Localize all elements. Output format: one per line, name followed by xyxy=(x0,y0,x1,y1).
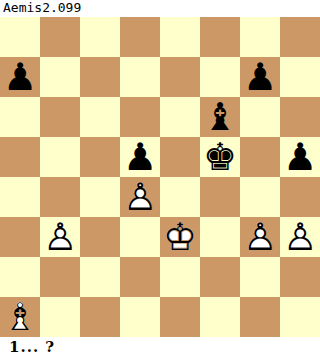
square-b8[interactable] xyxy=(40,17,80,57)
square-b4[interactable] xyxy=(40,177,80,217)
square-a4[interactable] xyxy=(0,177,40,217)
square-g1[interactable] xyxy=(240,297,280,337)
square-f7[interactable] xyxy=(200,57,240,97)
square-b7[interactable] xyxy=(40,57,80,97)
square-d2[interactable] xyxy=(120,257,160,297)
black-bishop-icon: ♝ xyxy=(200,97,240,137)
square-h7[interactable] xyxy=(280,57,320,97)
square-d7[interactable] xyxy=(120,57,160,97)
white-pawn-outline-icon: ♙ xyxy=(40,217,80,257)
white-pawn-icon: ♟ xyxy=(40,217,80,257)
square-f5[interactable]: ♚ xyxy=(200,137,240,177)
square-c7[interactable] xyxy=(80,57,120,97)
white-pawn-outline-icon: ♙ xyxy=(280,217,320,257)
white-pawn-outline-icon: ♙ xyxy=(240,217,280,257)
square-f6[interactable]: ♝ xyxy=(200,97,240,137)
white-pawn-outline-icon: ♙ xyxy=(120,177,160,217)
white-king-icon: ♚ xyxy=(160,217,200,257)
square-h3[interactable]: ♟♙ xyxy=(280,217,320,257)
square-g2[interactable] xyxy=(240,257,280,297)
square-d4[interactable]: ♟♙ xyxy=(120,177,160,217)
square-b2[interactable] xyxy=(40,257,80,297)
square-c6[interactable] xyxy=(80,97,120,137)
square-g3[interactable]: ♟♙ xyxy=(240,217,280,257)
white-pawn-icon: ♟ xyxy=(240,217,280,257)
square-f1[interactable] xyxy=(200,297,240,337)
square-e7[interactable] xyxy=(160,57,200,97)
square-a8[interactable] xyxy=(0,17,40,57)
page-title: Aemis2.099 xyxy=(0,0,320,17)
square-h5[interactable]: ♟ xyxy=(280,137,320,177)
white-king-outline-icon: ♔ xyxy=(160,217,200,257)
black-king-icon: ♚ xyxy=(200,137,240,177)
square-e2[interactable] xyxy=(160,257,200,297)
square-f3[interactable] xyxy=(200,217,240,257)
square-g4[interactable] xyxy=(240,177,280,217)
white-bishop-icon: ♝ xyxy=(0,297,40,337)
square-c2[interactable] xyxy=(80,257,120,297)
square-g7[interactable]: ♟ xyxy=(240,57,280,97)
black-pawn-icon: ♟ xyxy=(240,57,280,97)
square-a3[interactable] xyxy=(0,217,40,257)
chess-board: ♟♟♝♟♚♟♟♙♟♙♚♔♟♙♟♙♝♗ xyxy=(0,17,320,337)
black-pawn-icon: ♟ xyxy=(0,57,40,97)
square-e5[interactable] xyxy=(160,137,200,177)
square-e3[interactable]: ♚♔ xyxy=(160,217,200,257)
square-e6[interactable] xyxy=(160,97,200,137)
square-g6[interactable] xyxy=(240,97,280,137)
square-d6[interactable] xyxy=(120,97,160,137)
square-a7[interactable]: ♟ xyxy=(0,57,40,97)
square-c5[interactable] xyxy=(80,137,120,177)
square-c8[interactable] xyxy=(80,17,120,57)
black-pawn-icon: ♟ xyxy=(120,137,160,177)
square-b5[interactable] xyxy=(40,137,80,177)
square-h4[interactable] xyxy=(280,177,320,217)
square-h8[interactable] xyxy=(280,17,320,57)
square-e8[interactable] xyxy=(160,17,200,57)
square-a2[interactable] xyxy=(0,257,40,297)
square-b6[interactable] xyxy=(40,97,80,137)
white-pawn-icon: ♟ xyxy=(120,177,160,217)
square-f2[interactable] xyxy=(200,257,240,297)
square-f4[interactable] xyxy=(200,177,240,217)
square-d5[interactable]: ♟ xyxy=(120,137,160,177)
black-pawn-icon: ♟ xyxy=(280,137,320,177)
square-h2[interactable] xyxy=(280,257,320,297)
square-h1[interactable] xyxy=(280,297,320,337)
square-a1[interactable]: ♝♗ xyxy=(0,297,40,337)
square-f8[interactable] xyxy=(200,17,240,57)
square-c4[interactable] xyxy=(80,177,120,217)
square-c3[interactable] xyxy=(80,217,120,257)
square-a5[interactable] xyxy=(0,137,40,177)
square-d3[interactable] xyxy=(120,217,160,257)
square-a6[interactable] xyxy=(0,97,40,137)
square-c1[interactable] xyxy=(80,297,120,337)
square-h6[interactable] xyxy=(280,97,320,137)
white-pawn-icon: ♟ xyxy=(280,217,320,257)
chess-diagram: Aemis2.099 ♟♟♝♟♚♟♟♙♟♙♚♔♟♙♟♙♝♗ 1... ? xyxy=(0,0,320,360)
square-e4[interactable] xyxy=(160,177,200,217)
square-g5[interactable] xyxy=(240,137,280,177)
square-d8[interactable] xyxy=(120,17,160,57)
move-prompt: 1... ? xyxy=(0,337,320,360)
square-d1[interactable] xyxy=(120,297,160,337)
square-g8[interactable] xyxy=(240,17,280,57)
square-b3[interactable]: ♟♙ xyxy=(40,217,80,257)
square-b1[interactable] xyxy=(40,297,80,337)
square-e1[interactable] xyxy=(160,297,200,337)
white-bishop-outline-icon: ♗ xyxy=(0,297,40,337)
